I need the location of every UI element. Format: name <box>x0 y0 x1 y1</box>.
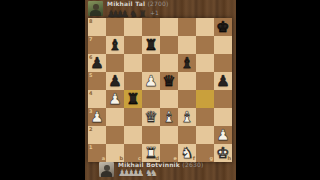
square-d4[interactable] <box>142 90 160 108</box>
white-bishop-f3: ♝ <box>178 108 196 126</box>
square-a3[interactable]: 3♟ <box>88 108 106 126</box>
black-bishop-b7: ♝ <box>106 36 124 54</box>
file-label-g: g <box>209 156 213 161</box>
captured-pawns: ♟♟♟♟♟ <box>118 168 141 178</box>
avatar-silhouette-head <box>104 165 110 172</box>
square-e6[interactable] <box>160 54 178 72</box>
square-a8[interactable]: 8 <box>88 18 106 36</box>
square-g8[interactable] <box>196 18 214 36</box>
square-a4[interactable]: 4 <box>88 90 106 108</box>
black-pawn-h5: ♟ <box>214 72 232 90</box>
square-h5[interactable]: ♟ <box>214 72 232 90</box>
rank-label-5: 5 <box>89 73 92 78</box>
square-a5[interactable]: 5 <box>88 72 106 90</box>
square-b4[interactable]: ♟ <box>106 90 124 108</box>
square-d5[interactable]: ♟ <box>142 72 160 90</box>
white-pawn-d5: ♟ <box>142 72 160 90</box>
bottom-captured-pieces: ♟♟♟♟♟♞♞ <box>118 169 204 178</box>
square-g2[interactable] <box>196 126 214 144</box>
square-b6[interactable] <box>106 54 124 72</box>
square-f1[interactable]: f♞ <box>178 144 196 162</box>
square-c6[interactable] <box>124 54 142 72</box>
square-c4[interactable]: ♜ <box>124 90 142 108</box>
top-player-row: Mikhail Tal (2700) ♟♟♟♟♞♜+1 <box>88 1 169 17</box>
square-c8[interactable] <box>124 18 142 36</box>
square-a6[interactable]: 6♟ <box>88 54 106 72</box>
white-bishop-e3: ♝ <box>160 108 178 126</box>
square-d3[interactable]: ♛ <box>142 108 160 126</box>
square-e7[interactable] <box>160 36 178 54</box>
black-bishop-f6: ♝ <box>178 54 196 72</box>
square-e5[interactable]: ♛ <box>160 72 178 90</box>
rank-label-6: 6 <box>89 55 92 60</box>
square-b7[interactable]: ♝ <box>106 36 124 54</box>
square-e8[interactable] <box>160 18 178 36</box>
square-a7[interactable]: 7 <box>88 36 106 54</box>
left-letterbox <box>0 0 85 180</box>
rank-label-8: 8 <box>89 19 92 24</box>
black-rook-d7: ♜ <box>142 36 160 54</box>
square-b2[interactable] <box>106 126 124 144</box>
square-b8[interactable] <box>106 18 124 36</box>
black-queen-e5: ♛ <box>160 72 178 90</box>
rank-label-1: 1 <box>89 145 92 150</box>
square-g4[interactable] <box>196 90 214 108</box>
square-f3[interactable]: ♝ <box>178 108 196 126</box>
square-a1[interactable]: 1a <box>88 144 106 162</box>
rank-label-3: 3 <box>89 109 92 114</box>
square-e1[interactable]: e <box>160 144 178 162</box>
avatar-silhouette <box>90 10 101 17</box>
square-f6[interactable]: ♝ <box>178 54 196 72</box>
avatar-silhouette <box>101 171 112 178</box>
top-player-avatar <box>88 1 103 16</box>
square-g5[interactable] <box>196 72 214 90</box>
square-c1[interactable]: c <box>124 144 142 162</box>
square-e4[interactable] <box>160 90 178 108</box>
captured-knights: ♞♞ <box>145 168 154 178</box>
white-queen-d3: ♛ <box>142 108 160 126</box>
square-d2[interactable] <box>142 126 160 144</box>
square-h4[interactable] <box>214 90 232 108</box>
square-c5[interactable] <box>124 72 142 90</box>
white-pawn-b4: ♟ <box>106 90 124 108</box>
square-e2[interactable] <box>160 126 178 144</box>
square-h7[interactable] <box>214 36 232 54</box>
material-advantage: +1 <box>150 9 159 16</box>
square-f5[interactable] <box>178 72 196 90</box>
square-a2[interactable]: 2 <box>88 126 106 144</box>
rank-label-2: 2 <box>89 127 92 132</box>
right-letterbox <box>236 0 320 180</box>
top-player-rating: (2700) <box>147 0 168 7</box>
square-g1[interactable]: g <box>196 144 214 162</box>
square-h8[interactable]: ♚ <box>214 18 232 36</box>
square-h1[interactable]: h♚ <box>214 144 232 162</box>
square-g7[interactable] <box>196 36 214 54</box>
black-king-h8: ♚ <box>214 18 232 36</box>
square-c3[interactable] <box>124 108 142 126</box>
square-h6[interactable] <box>214 54 232 72</box>
square-b1[interactable]: b <box>106 144 124 162</box>
top-player-name: Mikhail Tal (2700) <box>107 1 169 7</box>
square-c2[interactable] <box>124 126 142 144</box>
square-b5[interactable]: ♟ <box>106 72 124 90</box>
square-d1[interactable]: d♜ <box>142 144 160 162</box>
avatar-silhouette-head <box>93 4 99 11</box>
top-captured-pieces: ♟♟♟♟♞♜+1 <box>107 8 169 17</box>
square-h2[interactable]: ♟ <box>214 126 232 144</box>
square-f7[interactable] <box>178 36 196 54</box>
square-d7[interactable]: ♜ <box>142 36 160 54</box>
file-label-h: h <box>227 156 231 161</box>
chess-board[interactable]: 8♚7♝♜6♟♝5♟♟♛♟4♟♜3♟♛♝♝2♟1abcd♜ef♞gh♚ <box>88 18 232 162</box>
rank-label-7: 7 <box>89 37 92 42</box>
bottom-player-rating: (2630) <box>182 161 203 168</box>
black-rook-c4: ♜ <box>124 90 142 108</box>
square-f4[interactable] <box>178 90 196 108</box>
black-pawn-b5: ♟ <box>106 72 124 90</box>
square-c7[interactable] <box>124 36 142 54</box>
white-pawn-h2: ♟ <box>214 126 232 144</box>
square-b3[interactable] <box>106 108 124 126</box>
square-e3[interactable]: ♝ <box>160 108 178 126</box>
square-f8[interactable] <box>178 18 196 36</box>
square-h3[interactable] <box>214 108 232 126</box>
square-f2[interactable] <box>178 126 196 144</box>
bottom-player-avatar <box>99 162 114 177</box>
square-g3[interactable] <box>196 108 214 126</box>
square-d8[interactable] <box>142 18 160 36</box>
square-d6[interactable] <box>142 54 160 72</box>
rank-label-4: 4 <box>89 91 92 96</box>
square-g6[interactable] <box>196 54 214 72</box>
file-label-a: a <box>102 156 105 161</box>
bottom-player-row: Mikhail Botvinnik (2630) ♟♟♟♟♟♞♞ <box>99 162 204 178</box>
